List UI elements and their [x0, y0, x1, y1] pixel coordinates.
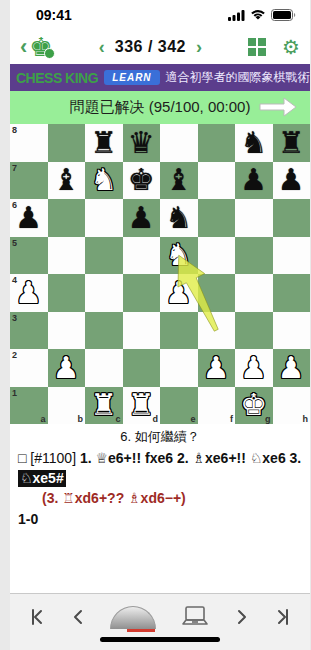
square-a7[interactable]: 7 — [10, 162, 48, 200]
battery-icon — [271, 9, 296, 21]
square-f4[interactable] — [198, 274, 236, 312]
dome-engine-button[interactable] — [110, 604, 156, 630]
solved-status-text: 問題已解决 (95/100, 00:00) — [70, 98, 251, 117]
white-knight-e5: ♞ — [160, 237, 198, 275]
chess-board: 8♜♛♞♜7♝♞♚♝♟♟6♟♟♞5♞4♟♟32♟♟♟♟1abc♜d♜efg♚h — [10, 124, 310, 424]
square-g7[interactable]: ♟ — [235, 162, 273, 200]
square-b8[interactable] — [48, 124, 86, 162]
rank-label: 8 — [12, 125, 17, 135]
laptop-icon — [180, 605, 210, 629]
square-d2[interactable] — [123, 349, 161, 387]
back-button[interactable]: ‹ ♚ — [20, 34, 53, 60]
dome-icon — [110, 606, 156, 629]
wifi-icon — [250, 10, 266, 21]
black-knight-g8: ♞ — [235, 124, 273, 162]
black-bishop-b7: ♝ — [48, 162, 86, 200]
square-d5[interactable] — [123, 237, 161, 275]
cellular-signal-icon — [228, 10, 245, 21]
back-chevron-icon: ‹ — [20, 36, 27, 58]
solved-banner: 問題已解决 (95/100, 00:00) — [10, 91, 310, 124]
square-c2[interactable] — [85, 349, 123, 387]
square-d7[interactable]: ♚ — [123, 162, 161, 200]
white-knight-c7: ♞ — [85, 162, 123, 200]
square-h2[interactable]: ♟ — [273, 349, 311, 387]
computer-analysis-button[interactable] — [180, 604, 210, 630]
next-arrow-icon[interactable] — [258, 97, 298, 117]
square-a2[interactable]: 2 — [10, 349, 48, 387]
puzzle-counter: 336 / 342 — [115, 38, 186, 56]
white-pawn-f2: ♟ — [198, 349, 236, 387]
white-pawn-b2: ♟ — [48, 349, 86, 387]
file-label: c — [115, 414, 120, 424]
rank-label: 4 — [12, 275, 17, 285]
rank-label: 6 — [12, 200, 17, 210]
square-g5[interactable] — [235, 237, 273, 275]
rank-label: 3 — [12, 313, 17, 323]
square-e1[interactable]: e — [160, 387, 198, 425]
square-g8[interactable]: ♞ — [235, 124, 273, 162]
square-c7[interactable]: ♞ — [85, 162, 123, 200]
file-label: g — [265, 414, 271, 424]
chess-king-logo-icon: ♚ — [29, 34, 52, 60]
home-indicator[interactable] — [100, 637, 220, 642]
rank-label: 5 — [12, 238, 17, 248]
square-d4[interactable] — [123, 274, 161, 312]
square-a3[interactable]: 3 — [10, 312, 48, 350]
square-d1[interactable]: d♜ — [123, 387, 161, 425]
black-bishop-e7: ♝ — [160, 162, 198, 200]
square-h7[interactable]: ♟ — [273, 162, 311, 200]
square-c8[interactable]: ♜ — [85, 124, 123, 162]
file-label: d — [153, 414, 159, 424]
learn-badge: LEARN — [104, 70, 159, 85]
square-e2[interactable] — [160, 349, 198, 387]
square-h6[interactable] — [273, 199, 311, 237]
square-f7[interactable] — [198, 162, 236, 200]
black-knight-e6: ♞ — [160, 199, 198, 237]
next-move-button[interactable] — [235, 604, 249, 630]
rank-label: 1 — [12, 388, 17, 398]
square-f5[interactable] — [198, 237, 236, 275]
square-b3[interactable] — [48, 312, 86, 350]
nav-bar: ‹ ♚ ‹ 336 / 342 › ⚙ — [10, 30, 310, 64]
status-icons — [228, 9, 296, 21]
white-pawn-e4: ♟ — [160, 274, 198, 312]
prev-move-button[interactable] — [71, 604, 85, 630]
rank-label: 7 — [12, 163, 17, 173]
file-label: f — [230, 414, 233, 424]
square-c4[interactable] — [85, 274, 123, 312]
brand-banner[interactable]: CHESS KING LEARN 適合初學者的國際象棋戰術 — [10, 64, 310, 91]
square-e7[interactable]: ♝ — [160, 162, 198, 200]
white-pawn-g2: ♟ — [235, 349, 273, 387]
rank-label: 2 — [12, 350, 17, 360]
file-label: a — [40, 414, 45, 424]
settings-gear-button[interactable]: ⚙ — [282, 37, 300, 57]
app-screen: 09:41 ‹ ♚ ‹ 336 / 342 › ⚙ CHESS KING LEA… — [10, 0, 310, 650]
square-f8[interactable] — [198, 124, 236, 162]
square-e6[interactable]: ♞ — [160, 199, 198, 237]
file-label: b — [78, 414, 84, 424]
square-g6[interactable] — [235, 199, 273, 237]
nav-actions: ⚙ — [248, 37, 300, 57]
puzzle-pager: ‹ 336 / 342 › — [99, 37, 202, 58]
current-move[interactable]: ♘xe5# — [18, 470, 66, 488]
grid-menu-button[interactable] — [248, 38, 266, 56]
square-b5[interactable] — [48, 237, 86, 275]
square-h3[interactable] — [273, 312, 311, 350]
prev-puzzle-button[interactable]: ‹ — [99, 37, 105, 58]
square-a5[interactable]: 5 — [10, 237, 48, 275]
variation-moves[interactable]: (3. ♖xd6+?? ♗xd6−+) — [18, 490, 302, 508]
square-h5[interactable] — [273, 237, 311, 275]
brand-tagline: 適合初學者的國際象棋戰術 — [166, 69, 310, 86]
square-e5[interactable]: ♞ — [160, 237, 198, 275]
square-b1[interactable]: b — [48, 387, 86, 425]
status-bar: 09:41 — [10, 0, 310, 30]
black-pawn-g7: ♟ — [235, 162, 273, 200]
black-queen-d8: ♛ — [123, 124, 161, 162]
next-puzzle-button[interactable]: › — [196, 37, 202, 58]
black-pawn-h7: ♟ — [273, 162, 311, 200]
square-g1[interactable]: g♚ — [235, 387, 273, 425]
square-b4[interactable] — [48, 274, 86, 312]
square-h8[interactable]: ♜ — [273, 124, 311, 162]
square-c1[interactable]: c♜ — [85, 387, 123, 425]
square-e4[interactable]: ♟ — [160, 274, 198, 312]
move-list: □ [#1100] 1. ♕e6+!! fxe6 2. ♗xe6+!! ♘xe6… — [10, 448, 310, 530]
square-c3[interactable] — [85, 312, 123, 350]
puzzle-tag: □ [#1100] — [18, 450, 76, 466]
puzzle-question: 6. 如何繼續？ — [10, 424, 310, 448]
go-last-button[interactable] — [274, 604, 292, 630]
black-king-d7: ♚ — [123, 162, 161, 200]
square-h1[interactable]: h — [273, 387, 311, 425]
square-d3[interactable] — [123, 312, 161, 350]
mainline-moves[interactable]: 1. ♕e6+!! fxe6 2. ♗xe6+!! ♘xe6 3. — [80, 450, 301, 466]
square-f3[interactable] — [198, 312, 236, 350]
square-f6[interactable] — [198, 199, 236, 237]
file-label: h — [303, 414, 309, 424]
white-pawn-h2: ♟ — [273, 349, 311, 387]
file-label: e — [190, 414, 195, 424]
game-result: 1-0 — [18, 511, 302, 529]
square-a8[interactable]: 8 — [10, 124, 48, 162]
square-e3[interactable] — [160, 312, 198, 350]
square-e8[interactable] — [160, 124, 198, 162]
square-b6[interactable] — [48, 199, 86, 237]
black-rook-c8: ♜ — [85, 124, 123, 162]
square-b2[interactable]: ♟ — [48, 349, 86, 387]
square-c5[interactable] — [85, 237, 123, 275]
square-b7[interactable]: ♝ — [48, 162, 86, 200]
square-a6[interactable]: 6♟ — [10, 199, 48, 237]
square-d6[interactable]: ♟ — [123, 199, 161, 237]
square-h4[interactable] — [273, 274, 311, 312]
black-pawn-d6: ♟ — [123, 199, 161, 237]
square-f1[interactable]: f — [198, 387, 236, 425]
square-a1[interactable]: 1a — [10, 387, 48, 425]
square-g4[interactable] — [235, 274, 273, 312]
brand-name: CHESS KING — [16, 70, 98, 86]
square-g2[interactable]: ♟ — [235, 349, 273, 387]
square-f2[interactable]: ♟ — [198, 349, 236, 387]
go-first-button[interactable] — [28, 604, 46, 630]
clock: 09:41 — [24, 7, 72, 23]
square-a4[interactable]: 4♟ — [10, 274, 48, 312]
square-d8[interactable]: ♛ — [123, 124, 161, 162]
black-rook-h8: ♜ — [273, 124, 311, 162]
square-c6[interactable] — [85, 199, 123, 237]
square-g3[interactable] — [235, 312, 273, 350]
